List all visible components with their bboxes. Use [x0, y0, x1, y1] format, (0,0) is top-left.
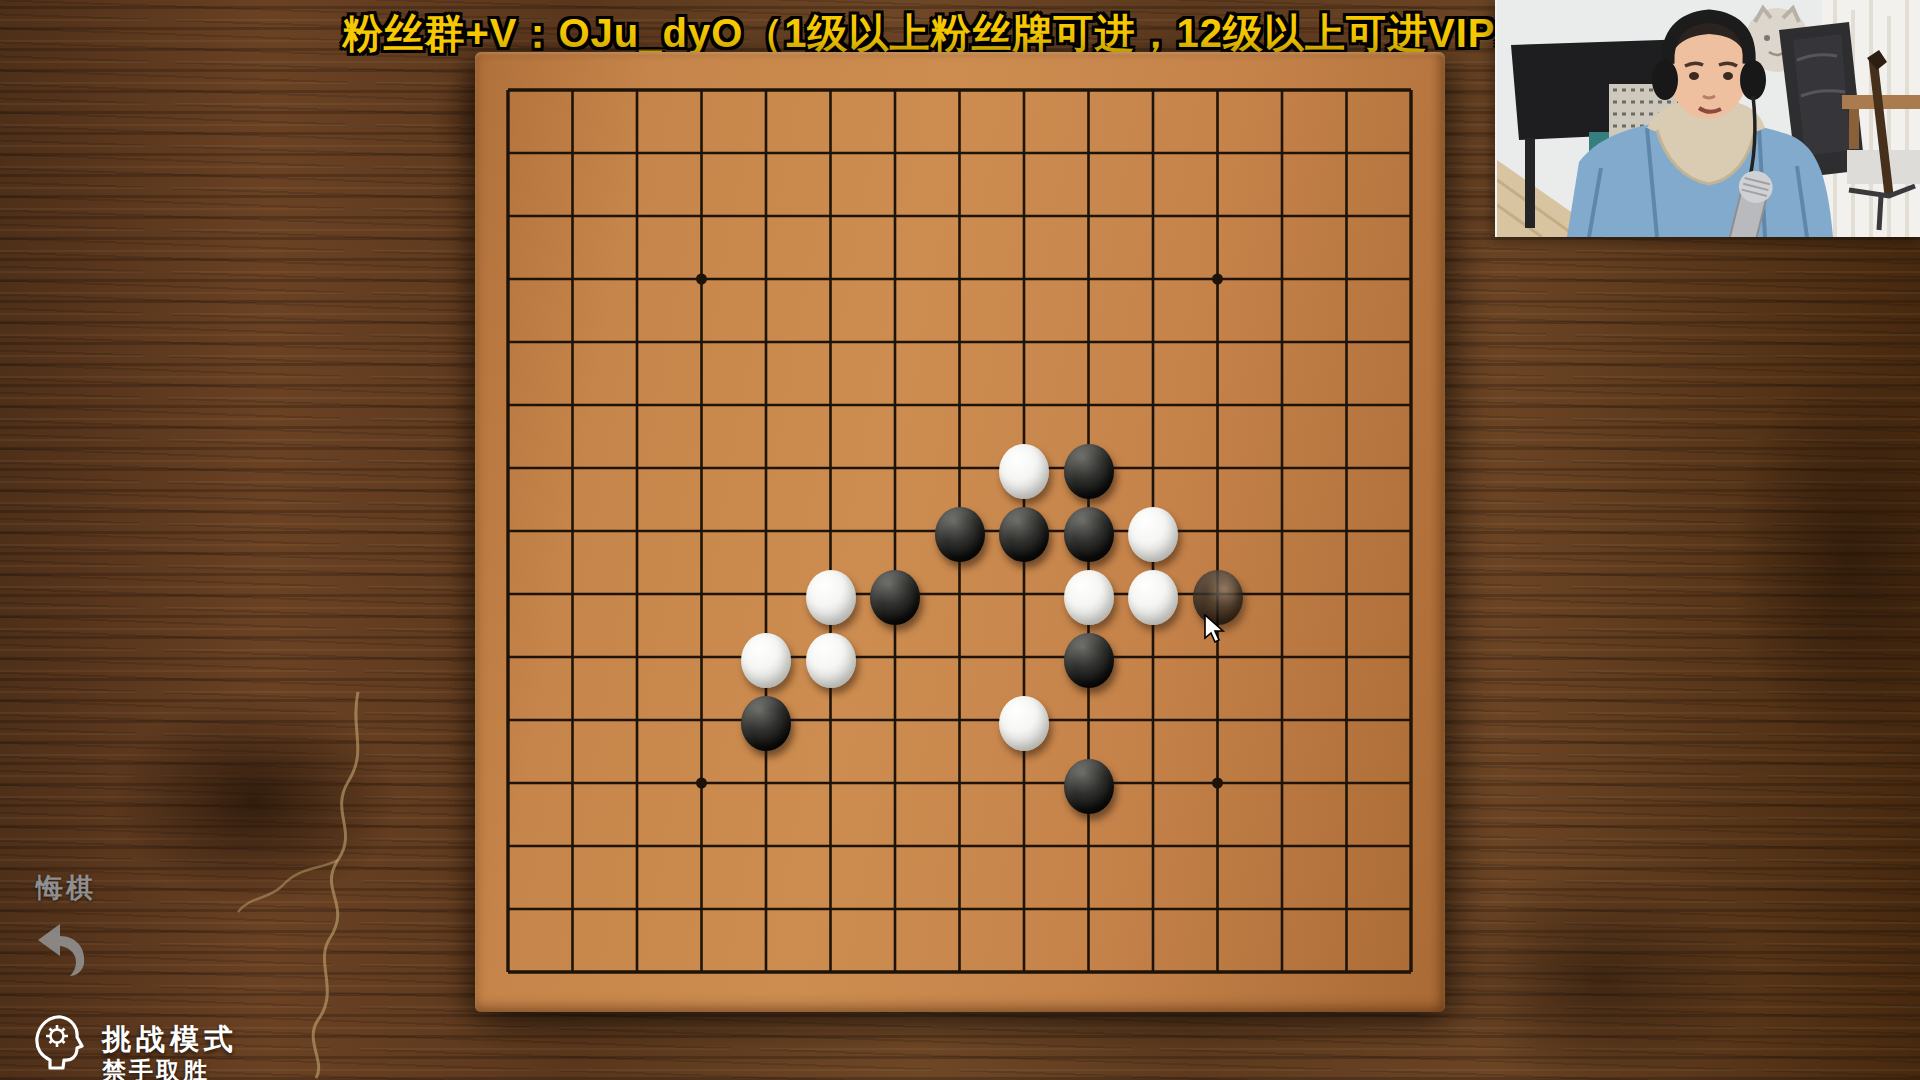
- undo-button-label[interactable]: 悔棋: [36, 870, 96, 906]
- gomoku-board[interactable]: [475, 52, 1445, 1012]
- stone-black: [1064, 444, 1114, 499]
- webcam-scene: [1497, 0, 1920, 237]
- stone-white: [1128, 570, 1178, 625]
- wood-crack-decoration: [230, 690, 430, 1080]
- stone-hover-black: [1193, 570, 1243, 625]
- stone-black: [1064, 507, 1114, 562]
- webcam-overlay: [1495, 0, 1920, 237]
- challenge-mode-subtitle: 禁手取胜: [102, 1055, 210, 1080]
- challenge-mode-title: 挑战模式: [102, 1020, 238, 1060]
- stone-white: [806, 633, 856, 688]
- stone-black: [741, 696, 791, 751]
- stone-white: [1128, 507, 1178, 562]
- stone-black: [999, 507, 1049, 562]
- stone-white: [999, 696, 1049, 751]
- stone-black: [935, 507, 985, 562]
- stone-black: [1064, 633, 1114, 688]
- stone-black: [1064, 759, 1114, 814]
- stone-white: [741, 633, 791, 688]
- stone-white: [999, 444, 1049, 499]
- challenge-mode-head-gear-icon: [28, 1010, 86, 1070]
- stone-white: [806, 570, 856, 625]
- stone-white: [1064, 570, 1114, 625]
- stone-black: [870, 570, 920, 625]
- undo-arrow-icon[interactable]: [30, 912, 92, 978]
